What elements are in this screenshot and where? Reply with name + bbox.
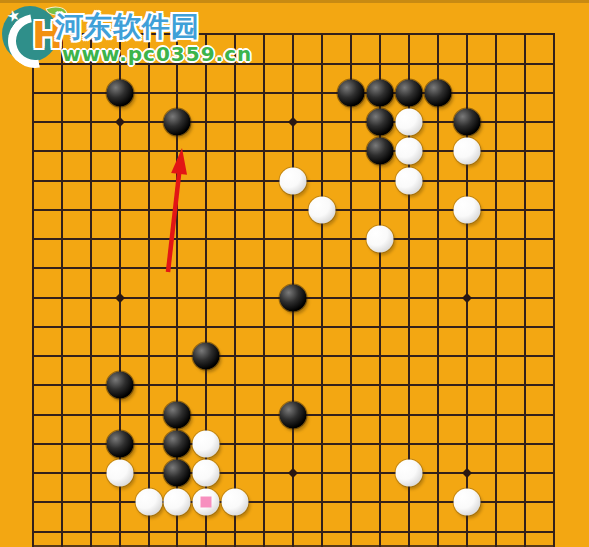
star-point — [462, 293, 472, 303]
grid-vline — [234, 33, 236, 547]
white-stone[interactable] — [164, 489, 191, 516]
black-stone[interactable] — [425, 79, 452, 106]
watermark: ★ H 河东软件园 www.pc0359.cn — [0, 0, 260, 70]
white-stone[interactable] — [193, 430, 220, 457]
watermark-site-name: 河东软件园 — [55, 8, 200, 46]
white-stone[interactable] — [453, 138, 480, 165]
watermark-site-url: www.pc0359.cn — [62, 42, 252, 66]
grid-hline — [32, 355, 555, 357]
star-point — [115, 117, 125, 127]
white-stone[interactable] — [309, 196, 336, 223]
white-stone[interactable] — [453, 489, 480, 516]
black-stone[interactable] — [396, 79, 423, 106]
grid-vline — [90, 33, 92, 547]
grid-vline — [148, 33, 150, 547]
grid-hline — [32, 238, 555, 240]
star-point — [288, 468, 298, 478]
white-stone[interactable] — [193, 460, 220, 487]
black-stone[interactable] — [367, 109, 394, 136]
black-stone[interactable] — [164, 460, 191, 487]
grid-hline — [32, 531, 555, 533]
grid-hline — [32, 267, 555, 269]
grid-vline — [495, 33, 497, 547]
black-stone[interactable] — [164, 430, 191, 457]
white-stone[interactable] — [453, 196, 480, 223]
grid-hline-partial — [32, 545, 555, 547]
grid-vline — [437, 33, 439, 547]
black-stone[interactable] — [367, 138, 394, 165]
black-stone[interactable] — [164, 109, 191, 136]
go-app-screenshot: ★ H 河东软件园 www.pc0359.cn — [0, 0, 589, 547]
grid-vline — [553, 33, 555, 547]
black-stone[interactable] — [106, 79, 133, 106]
star-point — [462, 468, 472, 478]
white-stone[interactable] — [135, 489, 162, 516]
grid-vline — [263, 33, 265, 547]
white-stone[interactable] — [396, 109, 423, 136]
grid-vline — [61, 33, 63, 547]
grid-vline — [32, 33, 34, 547]
black-stone[interactable] — [280, 401, 307, 428]
star-point — [288, 117, 298, 127]
black-stone[interactable] — [280, 284, 307, 311]
white-stone[interactable] — [367, 226, 394, 253]
white-stone[interactable] — [106, 460, 133, 487]
grid-vline — [350, 33, 352, 547]
white-stone[interactable] — [396, 460, 423, 487]
black-stone[interactable] — [164, 401, 191, 428]
grid-hline — [32, 326, 555, 328]
white-stone[interactable] — [396, 138, 423, 165]
go-board[interactable] — [0, 0, 589, 547]
white-stone[interactable] — [280, 167, 307, 194]
black-stone[interactable] — [453, 109, 480, 136]
white-stone[interactable] — [222, 489, 249, 516]
black-stone[interactable] — [106, 430, 133, 457]
black-stone[interactable] — [338, 79, 365, 106]
black-stone[interactable] — [367, 79, 394, 106]
grid-vline — [321, 33, 323, 547]
star-point — [115, 293, 125, 303]
last-move-marker — [201, 497, 212, 508]
black-stone[interactable] — [193, 343, 220, 370]
white-stone[interactable] — [396, 167, 423, 194]
black-stone[interactable] — [106, 372, 133, 399]
grid-vline — [524, 33, 526, 547]
